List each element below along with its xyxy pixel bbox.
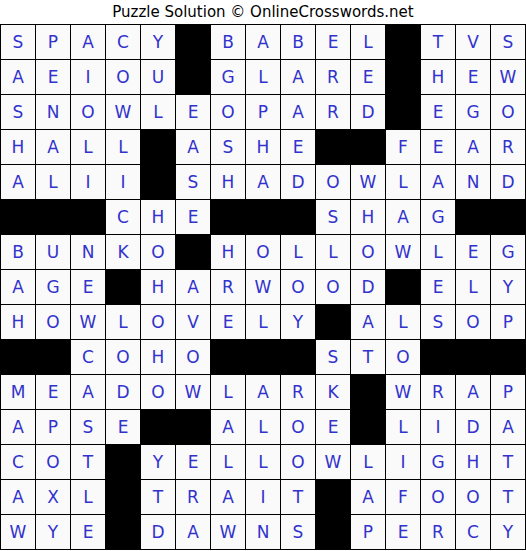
grid-cell: G bbox=[421, 445, 455, 479]
grid-cell: H bbox=[141, 270, 175, 304]
grid-cell: L bbox=[246, 445, 280, 479]
grid-cell: B bbox=[1, 235, 35, 269]
grid-cell: E bbox=[421, 270, 455, 304]
grid-cell: W bbox=[386, 235, 420, 269]
grid-cell: A bbox=[1, 410, 35, 444]
grid-cell: H bbox=[211, 165, 245, 199]
block-cell bbox=[491, 200, 525, 234]
grid-cell: X bbox=[36, 480, 70, 514]
grid-cell: L bbox=[71, 480, 105, 514]
grid-cell: A bbox=[1, 165, 35, 199]
grid-cell: E bbox=[106, 410, 140, 444]
grid-cell: I bbox=[106, 165, 140, 199]
grid-cell: E bbox=[176, 445, 210, 479]
grid-cell: O bbox=[176, 340, 210, 374]
grid-cell: O bbox=[281, 410, 315, 444]
grid-cell: B bbox=[211, 25, 245, 59]
block-cell bbox=[106, 270, 140, 304]
grid-cell: N bbox=[456, 165, 490, 199]
block-cell bbox=[456, 200, 490, 234]
grid-cell: A bbox=[281, 95, 315, 129]
grid-cell: L bbox=[456, 270, 490, 304]
grid-cell: O bbox=[456, 480, 490, 514]
grid-cell: S bbox=[71, 410, 105, 444]
grid-cell: H bbox=[351, 200, 385, 234]
grid-cell: Y bbox=[491, 270, 525, 304]
block-cell bbox=[281, 200, 315, 234]
grid-cell: A bbox=[491, 410, 525, 444]
grid-cell: E bbox=[316, 410, 350, 444]
grid-cell: A bbox=[211, 410, 245, 444]
grid-cell: A bbox=[176, 270, 210, 304]
grid-cell: E bbox=[36, 375, 70, 409]
grid-cell: A bbox=[456, 375, 490, 409]
crossword-grid: SPACYBABELTVSAEIOUGLAREHEWSNOWLEOPARDEGO… bbox=[0, 24, 526, 550]
grid-cell: S bbox=[421, 305, 455, 339]
grid-cell: A bbox=[351, 480, 385, 514]
grid-cell: A bbox=[351, 305, 385, 339]
grid-cell: Y bbox=[36, 515, 70, 549]
grid-cell: A bbox=[246, 165, 280, 199]
grid-cell: U bbox=[36, 235, 70, 269]
grid-cell: V bbox=[456, 25, 490, 59]
grid-cell: A bbox=[421, 165, 455, 199]
grid-cell: L bbox=[421, 235, 455, 269]
block-cell bbox=[106, 480, 140, 514]
grid-cell: W bbox=[71, 305, 105, 339]
grid-cell: D bbox=[491, 165, 525, 199]
grid-cell: H bbox=[456, 445, 490, 479]
grid-cell: E bbox=[386, 515, 420, 549]
grid-cell: O bbox=[106, 340, 140, 374]
grid-cell: A bbox=[211, 480, 245, 514]
page-title: Puzzle Solution © OnlineCrosswords.net bbox=[0, 0, 526, 21]
grid-cell: C bbox=[106, 25, 140, 59]
block-cell bbox=[36, 340, 70, 374]
grid-cell: L bbox=[71, 130, 105, 164]
grid-cell: R bbox=[421, 515, 455, 549]
grid-cell: D bbox=[456, 410, 490, 444]
grid-cell: T bbox=[421, 25, 455, 59]
grid-cell: P bbox=[351, 515, 385, 549]
block-cell bbox=[211, 200, 245, 234]
puzzle-solution-page: Puzzle Solution © OnlineCrosswords.net S… bbox=[0, 0, 526, 551]
block-cell bbox=[316, 515, 350, 549]
grid-cell: V bbox=[176, 305, 210, 339]
grid-cell: W bbox=[211, 515, 245, 549]
grid-cell: D bbox=[106, 375, 140, 409]
grid-cell: E bbox=[36, 60, 70, 94]
grid-cell: O bbox=[281, 270, 315, 304]
grid-cell: E bbox=[71, 270, 105, 304]
grid-cell: I bbox=[71, 165, 105, 199]
grid-cell: O bbox=[71, 95, 105, 129]
block-cell bbox=[281, 340, 315, 374]
grid-cell: R bbox=[176, 480, 210, 514]
grid-cell: E bbox=[176, 200, 210, 234]
grid-cell: H bbox=[141, 200, 175, 234]
block-cell bbox=[491, 340, 525, 374]
grid-cell: A bbox=[176, 130, 210, 164]
grid-cell: W bbox=[1, 515, 35, 549]
grid-cell: N bbox=[71, 235, 105, 269]
grid-cell: Y bbox=[141, 445, 175, 479]
block-cell bbox=[246, 200, 280, 234]
grid-cell: Y bbox=[141, 25, 175, 59]
grid-cell: W bbox=[316, 445, 350, 479]
block-cell bbox=[141, 410, 175, 444]
grid-cell: N bbox=[36, 95, 70, 129]
grid-cell: A bbox=[246, 25, 280, 59]
grid-cell: P bbox=[491, 305, 525, 339]
grid-cell: L bbox=[246, 60, 280, 94]
grid-cell: L bbox=[106, 130, 140, 164]
block-cell bbox=[351, 130, 385, 164]
grid-cell: G bbox=[36, 270, 70, 304]
grid-cell: A bbox=[1, 60, 35, 94]
grid-cell: E bbox=[421, 130, 455, 164]
grid-cell: P bbox=[36, 410, 70, 444]
grid-cell: S bbox=[491, 25, 525, 59]
grid-cell: H bbox=[141, 340, 175, 374]
block-cell bbox=[106, 445, 140, 479]
grid-cell: O bbox=[316, 270, 350, 304]
block-cell bbox=[316, 305, 350, 339]
block-cell bbox=[1, 340, 35, 374]
grid-cell: E bbox=[351, 60, 385, 94]
grid-cell: A bbox=[1, 270, 35, 304]
grid-cell: L bbox=[246, 410, 280, 444]
block-cell bbox=[71, 200, 105, 234]
block-cell bbox=[176, 410, 210, 444]
block-cell bbox=[386, 60, 420, 94]
block-cell bbox=[141, 165, 175, 199]
grid-cell: O bbox=[386, 340, 420, 374]
grid-cell: I bbox=[71, 60, 105, 94]
grid-cell: K bbox=[106, 235, 140, 269]
grid-cell: A bbox=[1, 480, 35, 514]
grid-cell: R bbox=[491, 130, 525, 164]
grid-cell: O bbox=[316, 165, 350, 199]
grid-cell: E bbox=[316, 25, 350, 59]
grid-cell: L bbox=[211, 445, 245, 479]
grid-cell: E bbox=[456, 60, 490, 94]
grid-cell: O bbox=[456, 305, 490, 339]
grid-cell: W bbox=[246, 270, 280, 304]
grid-cell: T bbox=[491, 445, 525, 479]
grid-cell: D bbox=[351, 270, 385, 304]
grid-cell: O bbox=[36, 445, 70, 479]
grid-cell: W bbox=[176, 375, 210, 409]
grid-cell: Y bbox=[491, 515, 525, 549]
grid-cell: C bbox=[1, 445, 35, 479]
grid-cell: T bbox=[281, 480, 315, 514]
grid-cell: S bbox=[281, 515, 315, 549]
grid-cell: S bbox=[1, 95, 35, 129]
grid-cell: H bbox=[211, 235, 245, 269]
grid-cell: A bbox=[281, 60, 315, 94]
grid-cell: L bbox=[316, 235, 350, 269]
grid-cell: L bbox=[246, 305, 280, 339]
grid-cell: A bbox=[456, 130, 490, 164]
block-cell bbox=[316, 480, 350, 514]
grid-cell: S bbox=[1, 25, 35, 59]
block-cell bbox=[386, 270, 420, 304]
grid-cell: L bbox=[281, 235, 315, 269]
grid-cell: L bbox=[106, 305, 140, 339]
block-cell bbox=[316, 130, 350, 164]
grid-cell: S bbox=[316, 340, 350, 374]
block-cell bbox=[456, 340, 490, 374]
grid-cell: R bbox=[421, 375, 455, 409]
grid-cell: C bbox=[106, 200, 140, 234]
grid-cell: W bbox=[491, 60, 525, 94]
grid-cell: P bbox=[246, 95, 280, 129]
block-cell bbox=[386, 95, 420, 129]
grid-cell: H bbox=[1, 305, 35, 339]
grid-cell: M bbox=[1, 375, 35, 409]
block-cell bbox=[176, 60, 210, 94]
grid-cell: U bbox=[141, 60, 175, 94]
grid-cell: A bbox=[71, 25, 105, 59]
grid-cell: S bbox=[176, 165, 210, 199]
grid-cell: A bbox=[71, 375, 105, 409]
grid-cell: R bbox=[316, 60, 350, 94]
grid-cell: O bbox=[141, 305, 175, 339]
grid-cell: A bbox=[176, 515, 210, 549]
grid-cell: T bbox=[141, 480, 175, 514]
block-cell bbox=[36, 200, 70, 234]
block-cell bbox=[421, 340, 455, 374]
grid-cell: O bbox=[141, 235, 175, 269]
grid-cell: I bbox=[421, 410, 455, 444]
grid-cell: A bbox=[386, 200, 420, 234]
grid-cell: L bbox=[386, 410, 420, 444]
grid-cell: W bbox=[106, 95, 140, 129]
grid-cell: E bbox=[456, 235, 490, 269]
grid-cell: C bbox=[71, 340, 105, 374]
grid-cell: O bbox=[106, 60, 140, 94]
grid-cell: I bbox=[386, 445, 420, 479]
grid-cell: E bbox=[421, 95, 455, 129]
grid-cell: P bbox=[36, 25, 70, 59]
grid-cell: H bbox=[246, 130, 280, 164]
grid-cell: E bbox=[281, 130, 315, 164]
grid-cell: O bbox=[351, 235, 385, 269]
block-cell bbox=[351, 375, 385, 409]
grid-cell: E bbox=[176, 95, 210, 129]
grid-cell: P bbox=[491, 375, 525, 409]
grid-cell: D bbox=[141, 515, 175, 549]
grid-cell: F bbox=[386, 130, 420, 164]
grid-cell: B bbox=[281, 25, 315, 59]
grid-cell: N bbox=[246, 515, 280, 549]
grid-cell: T bbox=[71, 445, 105, 479]
grid-cell: C bbox=[456, 515, 490, 549]
grid-cell: L bbox=[351, 25, 385, 59]
block-cell bbox=[386, 25, 420, 59]
grid-cell: R bbox=[316, 95, 350, 129]
block-cell bbox=[106, 515, 140, 549]
grid-cell: L bbox=[386, 305, 420, 339]
grid-cell: L bbox=[386, 165, 420, 199]
grid-cell: O bbox=[421, 480, 455, 514]
grid-cell: S bbox=[316, 200, 350, 234]
grid-cell: E bbox=[211, 305, 245, 339]
block-cell bbox=[246, 340, 280, 374]
block-cell bbox=[176, 235, 210, 269]
grid-cell: L bbox=[211, 375, 245, 409]
grid-cell: L bbox=[351, 445, 385, 479]
grid-cell: Y bbox=[281, 305, 315, 339]
grid-cell: I bbox=[246, 480, 280, 514]
block-cell bbox=[141, 130, 175, 164]
grid-cell: H bbox=[421, 60, 455, 94]
grid-cell: O bbox=[246, 235, 280, 269]
grid-cell: G bbox=[211, 60, 245, 94]
grid-cell: A bbox=[36, 130, 70, 164]
grid-cell: G bbox=[456, 95, 490, 129]
grid-cell: A bbox=[246, 375, 280, 409]
grid-cell: D bbox=[281, 165, 315, 199]
grid-cell: T bbox=[491, 480, 525, 514]
block-cell bbox=[1, 200, 35, 234]
grid-cell: O bbox=[281, 445, 315, 479]
block-cell bbox=[211, 340, 245, 374]
grid-cell: O bbox=[211, 95, 245, 129]
grid-cell: O bbox=[36, 305, 70, 339]
grid-cell: K bbox=[316, 375, 350, 409]
grid-cell: E bbox=[71, 515, 105, 549]
grid-cell: S bbox=[211, 130, 245, 164]
grid-cell: L bbox=[141, 95, 175, 129]
grid-cell: O bbox=[141, 375, 175, 409]
block-cell bbox=[351, 410, 385, 444]
grid-cell: R bbox=[211, 270, 245, 304]
grid-cell: H bbox=[1, 130, 35, 164]
grid-cell: T bbox=[351, 340, 385, 374]
grid-cell: F bbox=[386, 480, 420, 514]
grid-cell: R bbox=[281, 375, 315, 409]
grid-cell: D bbox=[351, 95, 385, 129]
grid-cell: W bbox=[351, 165, 385, 199]
block-cell bbox=[176, 25, 210, 59]
grid-cell: L bbox=[36, 165, 70, 199]
grid-cell: W bbox=[386, 375, 420, 409]
grid-cell: G bbox=[421, 200, 455, 234]
grid-cell: G bbox=[491, 235, 525, 269]
grid-cell: O bbox=[491, 95, 525, 129]
